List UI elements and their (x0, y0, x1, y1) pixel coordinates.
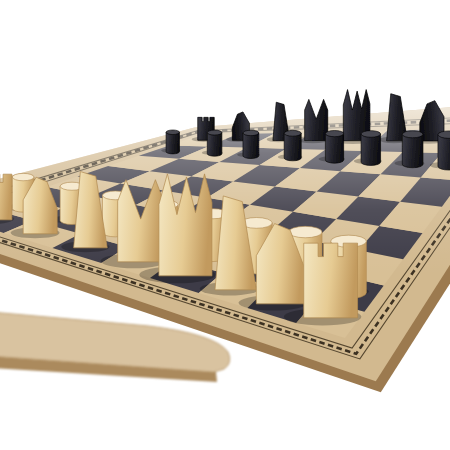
chessboard-photo-scene (0, 0, 450, 450)
chess-scene-svg (0, 0, 450, 450)
